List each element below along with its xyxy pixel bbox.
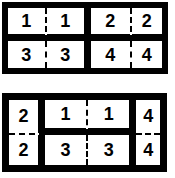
grid-cell: 2 [9, 100, 45, 135]
grid-cell: 4 [132, 41, 162, 68]
grid-cell: 1 [8, 8, 47, 41]
grid-cell: 2 [132, 8, 162, 41]
grid-cell: 4 [91, 41, 132, 68]
grid-cell: 4 [136, 135, 160, 165]
grid-cell: 1 [88, 100, 136, 135]
bottom-grid: 2 1 1 4 2 3 3 4 [2, 93, 167, 172]
grid-cell: 3 [88, 135, 136, 165]
grid-cell: 1 [47, 8, 92, 41]
grid-cell: 3 [47, 41, 92, 68]
grid-cell: 2 [9, 135, 45, 165]
grid-cell: 2 [91, 8, 132, 41]
grid-cell: 3 [45, 135, 88, 165]
domino-diagram: 1 1 2 2 3 3 4 4 2 1 1 4 2 3 3 4 [0, 0, 175, 178]
grid-cell: 1 [45, 100, 88, 135]
grid-cell: 3 [8, 41, 47, 68]
grid-cell: 4 [136, 100, 160, 135]
top-grid: 1 1 2 2 3 3 4 4 [2, 2, 168, 74]
